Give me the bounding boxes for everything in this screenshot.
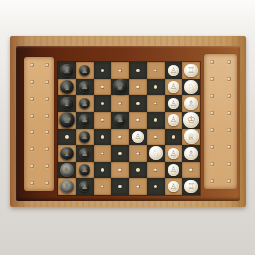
chess-piece-glyph: ♝ [63, 149, 71, 158]
tray-peg-hole [210, 60, 214, 64]
square-f2[interactable]: ♙ [165, 95, 183, 112]
square-g8[interactable]: ♞ [58, 79, 76, 96]
chess-piece-glyph: ♜ [63, 182, 71, 191]
tray-peg-hole [210, 145, 214, 149]
black-pawn-a7[interactable]: ♟ [79, 181, 91, 193]
tray-peg-hole [30, 181, 34, 185]
tray-peg-hole [45, 147, 49, 151]
white-knight-c3[interactable]: ♘ [149, 146, 163, 160]
square-peg-hole [118, 102, 122, 106]
square-h1[interactable]: ♖ [182, 62, 200, 79]
tray-peg-hole [227, 111, 231, 115]
black-rook-h8[interactable]: ♜ [60, 64, 74, 78]
square-h5[interactable] [111, 62, 129, 79]
tray-peg-hole [45, 181, 49, 185]
square-e1[interactable]: ♔ [182, 112, 200, 129]
square-peg-hole [118, 185, 122, 189]
chess-piece-glyph: ♟ [81, 99, 88, 107]
square-peg-hole [118, 152, 122, 156]
square-peg-hole [101, 152, 105, 156]
square-peg-hole [101, 85, 105, 89]
square-peg-hole [101, 185, 105, 189]
chess-piece-glyph: ♟ [81, 133, 88, 141]
square-e2[interactable]: ♙ [165, 112, 183, 129]
square-c5[interactable] [111, 145, 129, 162]
square-b4[interactable] [129, 162, 147, 179]
white-rook-a1[interactable]: ♖ [184, 180, 198, 194]
white-pawn-c2[interactable]: ♙ [168, 148, 180, 160]
white-rook-h1[interactable]: ♖ [184, 64, 198, 78]
chess-piece-glyph: ♙ [170, 83, 177, 91]
square-a6[interactable] [94, 178, 112, 195]
square-peg-hole [101, 102, 105, 106]
square-g5[interactable]: ♛ [111, 79, 129, 96]
square-d3[interactable] [147, 129, 165, 146]
square-b8[interactable]: ♞ [58, 162, 76, 179]
chess-piece-glyph: ♔ [187, 115, 196, 125]
tray-peg-hole [45, 97, 49, 101]
white-knight-g1[interactable]: ♘ [184, 80, 198, 94]
chess-piece-glyph: ♘ [187, 82, 195, 91]
chess-piece-glyph: ♞ [63, 165, 71, 174]
square-e4[interactable] [129, 112, 147, 129]
white-pawn-a2[interactable]: ♙ [168, 181, 180, 193]
square-peg-hole [154, 168, 158, 172]
square-peg-hole [101, 69, 105, 73]
chess-piece-glyph: ♟ [117, 116, 124, 124]
inner-wood-frame: ♜♟♙♖♞♟♛♙♘♝♟♙♗♚♟♟♙♔♟♙♕♝♟♘♙♗♞♟♙♜♟♙♖ [16, 46, 240, 201]
square-c2[interactable]: ♙ [165, 145, 183, 162]
square-d1[interactable]: ♕ [182, 129, 200, 146]
square-f6[interactable] [94, 95, 112, 112]
square-b7[interactable]: ♟ [76, 162, 94, 179]
square-f1[interactable]: ♗ [182, 95, 200, 112]
tray-peg-hole [210, 179, 214, 183]
black-pawn-e7[interactable]: ♟ [79, 114, 91, 126]
square-peg-hole [118, 135, 122, 139]
chess-piece-glyph: ♖ [187, 66, 195, 75]
square-peg-hole [136, 168, 140, 172]
square-d5[interactable] [111, 129, 129, 146]
square-peg-hole [101, 168, 105, 172]
tray-peg-hole [30, 164, 34, 168]
square-g7[interactable]: ♟ [76, 79, 94, 96]
square-f8[interactable]: ♝ [58, 95, 76, 112]
chess-piece-glyph: ♟ [81, 66, 88, 74]
white-pawn-b2[interactable]: ♙ [168, 164, 180, 176]
chess-piece-glyph: ♙ [135, 133, 142, 141]
tray-peg-hole [227, 94, 231, 98]
square-peg-hole [154, 118, 158, 122]
square-c4[interactable] [129, 145, 147, 162]
black-rook-a8[interactable]: ♜ [60, 180, 74, 194]
square-b1[interactable] [182, 162, 200, 179]
chess-piece-glyph: ♕ [187, 132, 196, 142]
chess-piece-glyph: ♙ [170, 149, 177, 157]
white-pawn-h2[interactable]: ♙ [168, 65, 180, 77]
white-pawn-e2[interactable]: ♙ [168, 114, 180, 126]
square-c1[interactable]: ♗ [182, 145, 200, 162]
black-pawn-d7[interactable]: ♟ [79, 131, 91, 143]
square-peg-hole [189, 168, 193, 172]
square-a4[interactable] [129, 178, 147, 195]
tray-peg-hole [210, 94, 214, 98]
photo-background: ♜♟♙♖♞♟♛♙♘♝♟♙♗♚♟♟♙♔♟♙♕♝♟♘♙♗♞♟♙♜♟♙♖ [0, 0, 255, 255]
square-e6[interactable] [94, 112, 112, 129]
chess-piece-glyph: ♙ [170, 182, 177, 190]
square-c7[interactable]: ♟ [76, 145, 94, 162]
square-e8[interactable]: ♚ [58, 112, 76, 129]
tray-peg-hole [45, 164, 49, 168]
square-peg-hole [118, 69, 122, 73]
square-a7[interactable]: ♟ [76, 178, 94, 195]
square-peg-hole [101, 135, 105, 139]
square-f7[interactable]: ♟ [76, 95, 94, 112]
chess-piece-glyph: ♗ [187, 99, 195, 108]
square-a1[interactable]: ♖ [182, 178, 200, 195]
square-g6[interactable] [94, 79, 112, 96]
tray-peg-hole [227, 77, 231, 81]
left-peg-tray [24, 57, 54, 191]
chess-piece-glyph: ♗ [187, 149, 195, 158]
tray-peg-hole [30, 63, 34, 67]
square-e5[interactable]: ♟ [111, 112, 129, 129]
black-pawn-f7[interactable]: ♟ [79, 98, 91, 110]
square-b3[interactable] [147, 162, 165, 179]
tray-peg-hole [30, 147, 34, 151]
tray-peg-hole [227, 179, 231, 183]
chess-board-tray: ♜♟♙♖♞♟♛♙♘♝♟♙♗♚♟♟♙♔♟♙♕♝♟♘♙♗♞♟♙♜♟♙♖ [10, 36, 246, 207]
white-pawn-f2[interactable]: ♙ [168, 98, 180, 110]
black-pawn-c7[interactable]: ♟ [79, 148, 91, 160]
tray-peg-hole [45, 80, 49, 84]
chess-piece-glyph: ♟ [81, 149, 88, 157]
chess-piece-glyph: ♟ [81, 166, 88, 174]
black-knight-b8[interactable]: ♞ [60, 163, 74, 177]
square-d7[interactable]: ♟ [76, 129, 94, 146]
square-peg-hole [136, 85, 140, 89]
tray-peg-hole [45, 63, 49, 67]
black-king-e8[interactable]: ♚ [59, 112, 75, 128]
square-peg-hole [136, 118, 140, 122]
square-a3[interactable] [147, 178, 165, 195]
square-h2[interactable]: ♙ [165, 62, 183, 79]
black-bishop-c8[interactable]: ♝ [60, 147, 74, 161]
chess-board: ♜♟♙♖♞♟♛♙♘♝♟♙♗♚♟♟♙♔♟♙♕♝♟♘♙♗♞♟♙♜♟♙♖ [58, 62, 200, 195]
square-h3[interactable] [147, 62, 165, 79]
chess-piece-glyph: ♟ [81, 182, 88, 190]
square-a5[interactable] [111, 178, 129, 195]
chess-piece-glyph: ♘ [152, 149, 160, 158]
square-b6[interactable] [94, 162, 112, 179]
square-d8[interactable] [58, 129, 76, 146]
white-bishop-c1[interactable]: ♗ [184, 147, 198, 161]
square-a8[interactable]: ♜ [58, 178, 76, 195]
square-g1[interactable]: ♘ [182, 79, 200, 96]
chess-piece-glyph: ♟ [81, 83, 88, 91]
tray-peg-hole [210, 111, 214, 115]
square-peg-hole [154, 185, 158, 189]
square-d6[interactable] [94, 129, 112, 146]
square-f3[interactable] [147, 95, 165, 112]
white-pawn-d4[interactable]: ♙ [132, 131, 144, 143]
black-bishop-f8[interactable]: ♝ [60, 97, 74, 111]
square-d4[interactable]: ♙ [129, 129, 147, 146]
black-pawn-h7[interactable]: ♟ [79, 65, 91, 77]
square-h4[interactable] [129, 62, 147, 79]
square-peg-hole [136, 102, 140, 106]
black-pawn-e5[interactable]: ♟ [114, 114, 126, 126]
square-g4[interactable] [129, 79, 147, 96]
square-peg-hole [154, 102, 158, 106]
tray-peg-hole [210, 77, 214, 81]
square-g2[interactable]: ♙ [165, 79, 183, 96]
square-peg-hole [136, 69, 140, 73]
square-e3[interactable] [147, 112, 165, 129]
white-king-e1[interactable]: ♔ [183, 112, 199, 128]
square-g3[interactable] [147, 79, 165, 96]
square-peg-hole [154, 135, 158, 139]
square-peg-hole [118, 168, 122, 172]
black-knight-g8[interactable]: ♞ [60, 80, 74, 94]
square-peg-hole [154, 69, 158, 73]
square-a2[interactable]: ♙ [165, 178, 183, 195]
white-pawn-g2[interactable]: ♙ [168, 81, 180, 93]
square-c8[interactable]: ♝ [58, 145, 76, 162]
chess-piece-glyph: ♟ [81, 116, 88, 124]
square-d2[interactable] [165, 129, 183, 146]
black-pawn-g7[interactable]: ♟ [79, 81, 91, 93]
square-c3[interactable]: ♘ [147, 145, 165, 162]
tray-peg-hole [45, 130, 49, 134]
right-peg-tray [204, 54, 237, 189]
tray-peg-hole [45, 114, 49, 118]
chess-piece-glyph: ♝ [63, 99, 71, 108]
square-b5[interactable] [111, 162, 129, 179]
tray-peg-hole [227, 128, 231, 132]
square-peg-hole [136, 152, 140, 156]
tray-peg-hole [30, 97, 34, 101]
tray-peg-hole [227, 162, 231, 166]
square-peg-hole [154, 85, 158, 89]
square-f4[interactable] [129, 95, 147, 112]
white-bishop-f1[interactable]: ♗ [184, 97, 198, 111]
black-queen-g5[interactable]: ♛ [113, 79, 128, 94]
chess-piece-glyph: ♖ [187, 182, 195, 191]
tray-peg-hole [210, 128, 214, 132]
square-c6[interactable] [94, 145, 112, 162]
chess-piece-glyph: ♙ [170, 66, 177, 74]
square-h6[interactable] [94, 62, 112, 79]
tray-peg-hole [227, 145, 231, 149]
black-pawn-b7[interactable]: ♟ [79, 164, 91, 176]
square-peg-hole [136, 185, 140, 189]
square-f5[interactable] [111, 95, 129, 112]
chess-piece-glyph: ♙ [170, 116, 177, 124]
square-peg-hole [172, 135, 176, 139]
chess-piece-glyph: ♙ [170, 166, 177, 174]
tray-peg-hole [30, 80, 34, 84]
tray-peg-hole [227, 60, 231, 64]
tray-peg-hole [30, 114, 34, 118]
tray-peg-hole [30, 130, 34, 134]
chess-piece-glyph: ♙ [170, 99, 177, 107]
chess-piece-glyph: ♚ [62, 115, 71, 125]
square-e7[interactable]: ♟ [76, 112, 94, 129]
chess-piece-glyph: ♞ [63, 82, 71, 91]
square-peg-hole [101, 118, 105, 122]
chess-piece-glyph: ♜ [63, 66, 71, 75]
tray-peg-hole [210, 162, 214, 166]
square-peg-hole [65, 135, 69, 139]
white-queen-d1[interactable]: ♕ [184, 129, 199, 144]
square-h7[interactable]: ♟ [76, 62, 94, 79]
square-h8[interactable]: ♜ [58, 62, 76, 79]
square-b2[interactable]: ♙ [165, 162, 183, 179]
chess-piece-glyph: ♛ [116, 82, 125, 92]
